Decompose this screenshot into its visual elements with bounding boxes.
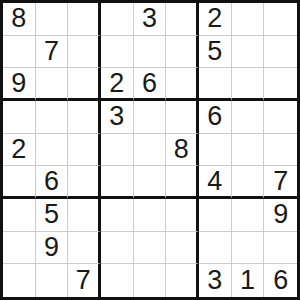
sudoku-cell-r9c7[interactable]: 3: [199, 264, 232, 297]
sudoku-cell-r8c6[interactable]: [166, 232, 199, 265]
sudoku-cell-r8c7[interactable]: [199, 232, 232, 265]
sudoku-cell-r7c1[interactable]: [3, 199, 36, 232]
sudoku-cell-r6c8[interactable]: [232, 166, 265, 199]
sudoku-cell-r5c4[interactable]: [101, 134, 134, 167]
sudoku-cell-r5c1[interactable]: 2: [3, 134, 36, 167]
sudoku-cell-r8c2[interactable]: 9: [36, 232, 69, 265]
sudoku-cell-r4c5[interactable]: [134, 101, 167, 134]
sudoku-cell-r4c6[interactable]: [166, 101, 199, 134]
sudoku-cell-r1c3[interactable]: [68, 3, 101, 36]
sudoku-cell-r6c6[interactable]: [166, 166, 199, 199]
sudoku-cell-r8c5[interactable]: [134, 232, 167, 265]
sudoku-cell-r8c1[interactable]: [3, 232, 36, 265]
sudoku-cell-r4c7[interactable]: 6: [199, 101, 232, 134]
sudoku-cell-r2c4[interactable]: [101, 36, 134, 69]
sudoku-cell-r5c9[interactable]: [264, 134, 297, 167]
sudoku-cell-r8c8[interactable]: [232, 232, 265, 265]
sudoku-cell-r3c6[interactable]: [166, 68, 199, 101]
sudoku-cell-r2c1[interactable]: [3, 36, 36, 69]
sudoku-cell-r6c9[interactable]: 7: [264, 166, 297, 199]
sudoku-cell-r1c7[interactable]: 2: [199, 3, 232, 36]
sudoku-cell-r7c6[interactable]: [166, 199, 199, 232]
sudoku-cell-r9c3[interactable]: 7: [68, 264, 101, 297]
sudoku-cell-r1c4[interactable]: [101, 3, 134, 36]
sudoku-cell-r3c9[interactable]: [264, 68, 297, 101]
sudoku-cell-r9c4[interactable]: [101, 264, 134, 297]
sudoku-cell-r9c2[interactable]: [36, 264, 69, 297]
sudoku-cell-r4c4[interactable]: 3: [101, 101, 134, 134]
sudoku-cell-r5c3[interactable]: [68, 134, 101, 167]
sudoku-cell-r6c4[interactable]: [101, 166, 134, 199]
sudoku-cell-r3c1[interactable]: 9: [3, 68, 36, 101]
sudoku-cell-r7c4[interactable]: [101, 199, 134, 232]
sudoku-cell-r1c1[interactable]: 8: [3, 3, 36, 36]
sudoku-cell-r8c3[interactable]: [68, 232, 101, 265]
sudoku-cell-r1c2[interactable]: [36, 3, 69, 36]
sudoku-cell-r3c2[interactable]: [36, 68, 69, 101]
sudoku-cell-r2c6[interactable]: [166, 36, 199, 69]
sudoku-cell-r9c1[interactable]: [3, 264, 36, 297]
sudoku-cell-r5c8[interactable]: [232, 134, 265, 167]
sudoku-cell-r9c9[interactable]: 6: [264, 264, 297, 297]
sudoku-cell-r4c3[interactable]: [68, 101, 101, 134]
sudoku-cell-r8c9[interactable]: [264, 232, 297, 265]
sudoku-cell-r6c3[interactable]: [68, 166, 101, 199]
sudoku-cell-r5c5[interactable]: [134, 134, 167, 167]
sudoku-cell-r7c3[interactable]: [68, 199, 101, 232]
sudoku-cell-r6c5[interactable]: [134, 166, 167, 199]
sudoku-cell-r3c8[interactable]: [232, 68, 265, 101]
sudoku-cell-r6c7[interactable]: 4: [199, 166, 232, 199]
sudoku-cell-r6c1[interactable]: [3, 166, 36, 199]
sudoku-cell-r3c4[interactable]: 2: [101, 68, 134, 101]
sudoku-cell-r3c3[interactable]: [68, 68, 101, 101]
sudoku-cell-r1c9[interactable]: [264, 3, 297, 36]
sudoku-cell-r4c9[interactable]: [264, 101, 297, 134]
sudoku-cell-r7c5[interactable]: [134, 199, 167, 232]
sudoku-cell-r2c3[interactable]: [68, 36, 101, 69]
sudoku-cell-r4c2[interactable]: [36, 101, 69, 134]
sudoku-cell-r4c8[interactable]: [232, 101, 265, 134]
sudoku-cell-r5c6[interactable]: 8: [166, 134, 199, 167]
sudoku-cell-r2c5[interactable]: [134, 36, 167, 69]
sudoku-cell-r4c1[interactable]: [3, 101, 36, 134]
sudoku-cell-r1c5[interactable]: 3: [134, 3, 167, 36]
sudoku-cell-r7c7[interactable]: [199, 199, 232, 232]
sudoku-cell-r9c5[interactable]: [134, 264, 167, 297]
sudoku-cell-r2c9[interactable]: [264, 36, 297, 69]
sudoku-cell-r2c2[interactable]: 7: [36, 36, 69, 69]
sudoku-cell-r6c2[interactable]: 6: [36, 166, 69, 199]
sudoku-cell-r7c9[interactable]: 9: [264, 199, 297, 232]
sudoku-cell-r9c6[interactable]: [166, 264, 199, 297]
sudoku-cell-r3c7[interactable]: [199, 68, 232, 101]
sudoku-cell-r9c8[interactable]: 1: [232, 264, 265, 297]
sudoku-board: 8327592636286475997316: [0, 0, 300, 300]
sudoku-cell-r3c5[interactable]: 6: [134, 68, 167, 101]
sudoku-cell-r5c7[interactable]: [199, 134, 232, 167]
sudoku-cell-r1c6[interactable]: [166, 3, 199, 36]
sudoku-cell-r2c8[interactable]: [232, 36, 265, 69]
sudoku-cell-r1c8[interactable]: [232, 3, 265, 36]
sudoku-cell-r8c4[interactable]: [101, 232, 134, 265]
sudoku-cell-r7c8[interactable]: [232, 199, 265, 232]
sudoku-cell-r2c7[interactable]: 5: [199, 36, 232, 69]
sudoku-cell-r7c2[interactable]: 5: [36, 199, 69, 232]
sudoku-cell-r5c2[interactable]: [36, 134, 69, 167]
